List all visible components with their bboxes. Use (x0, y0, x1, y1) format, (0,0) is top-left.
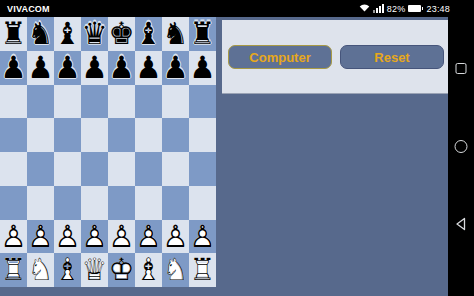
clock-label: 23:48 (426, 4, 450, 14)
black-pawn[interactable]: ♟ (189, 50, 216, 86)
square-f7[interactable]: ♟ (135, 51, 162, 85)
square-h3[interactable] (189, 186, 216, 220)
square-a1[interactable]: ♜♖ (0, 253, 27, 287)
square-h5[interactable] (189, 118, 216, 152)
white-bishop[interactable]: ♝♗ (135, 252, 162, 288)
wifi-icon (359, 3, 370, 14)
white-pawn[interactable]: ♟♙ (135, 218, 162, 254)
square-a4[interactable] (0, 152, 27, 186)
square-f1[interactable]: ♝♗ (135, 253, 162, 287)
white-bishop[interactable]: ♝♗ (54, 252, 81, 288)
square-b7[interactable]: ♟ (27, 51, 54, 85)
black-rook[interactable]: ♜ (189, 16, 216, 52)
square-c8[interactable]: ♝ (54, 17, 81, 51)
black-king[interactable]: ♚ (108, 16, 135, 52)
white-pawn[interactable]: ♟♙ (162, 218, 189, 254)
control-panel: Computer Reset (222, 20, 448, 94)
black-bishop[interactable]: ♝ (135, 16, 162, 52)
square-h7[interactable]: ♟ (189, 51, 216, 85)
square-d7[interactable]: ♟ (81, 51, 108, 85)
white-knight[interactable]: ♞♘ (162, 252, 189, 288)
square-b5[interactable] (27, 118, 54, 152)
square-e6[interactable] (108, 85, 135, 119)
square-a3[interactable] (0, 186, 27, 220)
white-pawn[interactable]: ♟♙ (81, 218, 108, 254)
white-pawn[interactable]: ♟♙ (54, 218, 81, 254)
white-pawn[interactable]: ♟♙ (189, 218, 216, 254)
computer-button[interactable]: Computer (228, 45, 332, 69)
battery-icon (408, 5, 423, 12)
square-d2[interactable]: ♟♙ (81, 220, 108, 254)
square-d5[interactable] (81, 118, 108, 152)
black-rook[interactable]: ♜ (0, 16, 27, 52)
square-h6[interactable] (189, 85, 216, 119)
square-e5[interactable] (108, 118, 135, 152)
square-e7[interactable]: ♟ (108, 51, 135, 85)
square-a7[interactable]: ♟ (0, 51, 27, 85)
white-rook[interactable]: ♜♖ (189, 252, 216, 288)
cell-signal-icon (373, 4, 384, 13)
black-pawn[interactable]: ♟ (27, 50, 54, 86)
square-b3[interactable] (27, 186, 54, 220)
square-g4[interactable] (162, 152, 189, 186)
square-h4[interactable] (189, 152, 216, 186)
square-b1[interactable]: ♞♘ (27, 253, 54, 287)
square-c1[interactable]: ♝♗ (54, 253, 81, 287)
square-h8[interactable]: ♜ (189, 17, 216, 51)
black-knight[interactable]: ♞ (27, 16, 54, 52)
black-pawn[interactable]: ♟ (81, 50, 108, 86)
black-pawn[interactable]: ♟ (0, 50, 27, 86)
square-d3[interactable] (81, 186, 108, 220)
white-knight[interactable]: ♞♘ (27, 252, 54, 288)
square-d1[interactable]: ♛♕ (81, 253, 108, 287)
square-b2[interactable]: ♟♙ (27, 220, 54, 254)
square-a8[interactable]: ♜ (0, 17, 27, 51)
white-rook[interactable]: ♜♖ (0, 252, 27, 288)
square-e4[interactable] (108, 152, 135, 186)
black-pawn[interactable]: ♟ (54, 50, 81, 86)
square-g3[interactable] (162, 186, 189, 220)
square-e3[interactable] (108, 186, 135, 220)
square-c5[interactable] (54, 118, 81, 152)
square-a5[interactable] (0, 118, 27, 152)
square-a2[interactable]: ♟♙ (0, 220, 27, 254)
square-f2[interactable]: ♟♙ (135, 220, 162, 254)
white-queen[interactable]: ♛♕ (81, 252, 108, 288)
square-e8[interactable]: ♚ (108, 17, 135, 51)
home-circle-icon[interactable] (455, 140, 468, 153)
black-queen[interactable]: ♛ (81, 16, 108, 52)
square-d4[interactable] (81, 152, 108, 186)
chess-app-screen: VIVACOM 82% 23:48 ♜♞♝♛♚♝♞♜♟♟♟♟♟♟♟♟♟♙♟♙♟♙… (0, 0, 474, 296)
square-c7[interactable]: ♟ (54, 51, 81, 85)
square-g6[interactable] (162, 85, 189, 119)
black-bishop[interactable]: ♝ (54, 16, 81, 52)
black-pawn[interactable]: ♟ (135, 50, 162, 86)
square-g7[interactable]: ♟ (162, 51, 189, 85)
android-nav-bar (448, 0, 474, 296)
square-a6[interactable] (0, 85, 27, 119)
square-b4[interactable] (27, 152, 54, 186)
square-e1[interactable]: ♚♔ (108, 253, 135, 287)
recents-square-icon[interactable] (456, 63, 467, 74)
white-pawn[interactable]: ♟♙ (108, 218, 135, 254)
square-c3[interactable] (54, 186, 81, 220)
square-f3[interactable] (135, 186, 162, 220)
square-d8[interactable]: ♛ (81, 17, 108, 51)
square-f5[interactable] (135, 118, 162, 152)
square-g1[interactable]: ♞♘ (162, 253, 189, 287)
square-c6[interactable] (54, 85, 81, 119)
chess-board: ♜♞♝♛♚♝♞♜♟♟♟♟♟♟♟♟♟♙♟♙♟♙♟♙♟♙♟♙♟♙♟♙♜♖♞♘♝♗♛♕… (0, 17, 216, 287)
square-g2[interactable]: ♟♙ (162, 220, 189, 254)
black-pawn[interactable]: ♟ (162, 50, 189, 86)
square-f4[interactable] (135, 152, 162, 186)
square-d6[interactable] (81, 85, 108, 119)
square-h1[interactable]: ♜♖ (189, 253, 216, 287)
white-pawn[interactable]: ♟♙ (0, 218, 27, 254)
square-b6[interactable] (27, 85, 54, 119)
black-pawn[interactable]: ♟ (108, 50, 135, 86)
square-g8[interactable]: ♞ (162, 17, 189, 51)
square-c2[interactable]: ♟♙ (54, 220, 81, 254)
square-c4[interactable] (54, 152, 81, 186)
white-pawn[interactable]: ♟♙ (27, 218, 54, 254)
black-knight[interactable]: ♞ (162, 16, 189, 52)
square-f6[interactable] (135, 85, 162, 119)
carrier-label: VIVACOM (7, 4, 50, 14)
square-e2[interactable]: ♟♙ (108, 220, 135, 254)
back-triangle-icon[interactable] (455, 217, 467, 235)
square-f8[interactable]: ♝ (135, 17, 162, 51)
square-h2[interactable]: ♟♙ (189, 220, 216, 254)
square-b8[interactable]: ♞ (27, 17, 54, 51)
status-bar: VIVACOM 82% 23:48 (0, 0, 474, 17)
battery-percent-label: 82% (387, 4, 406, 14)
reset-button[interactable]: Reset (340, 45, 444, 69)
square-g5[interactable] (162, 118, 189, 152)
white-king[interactable]: ♚♔ (108, 252, 135, 288)
